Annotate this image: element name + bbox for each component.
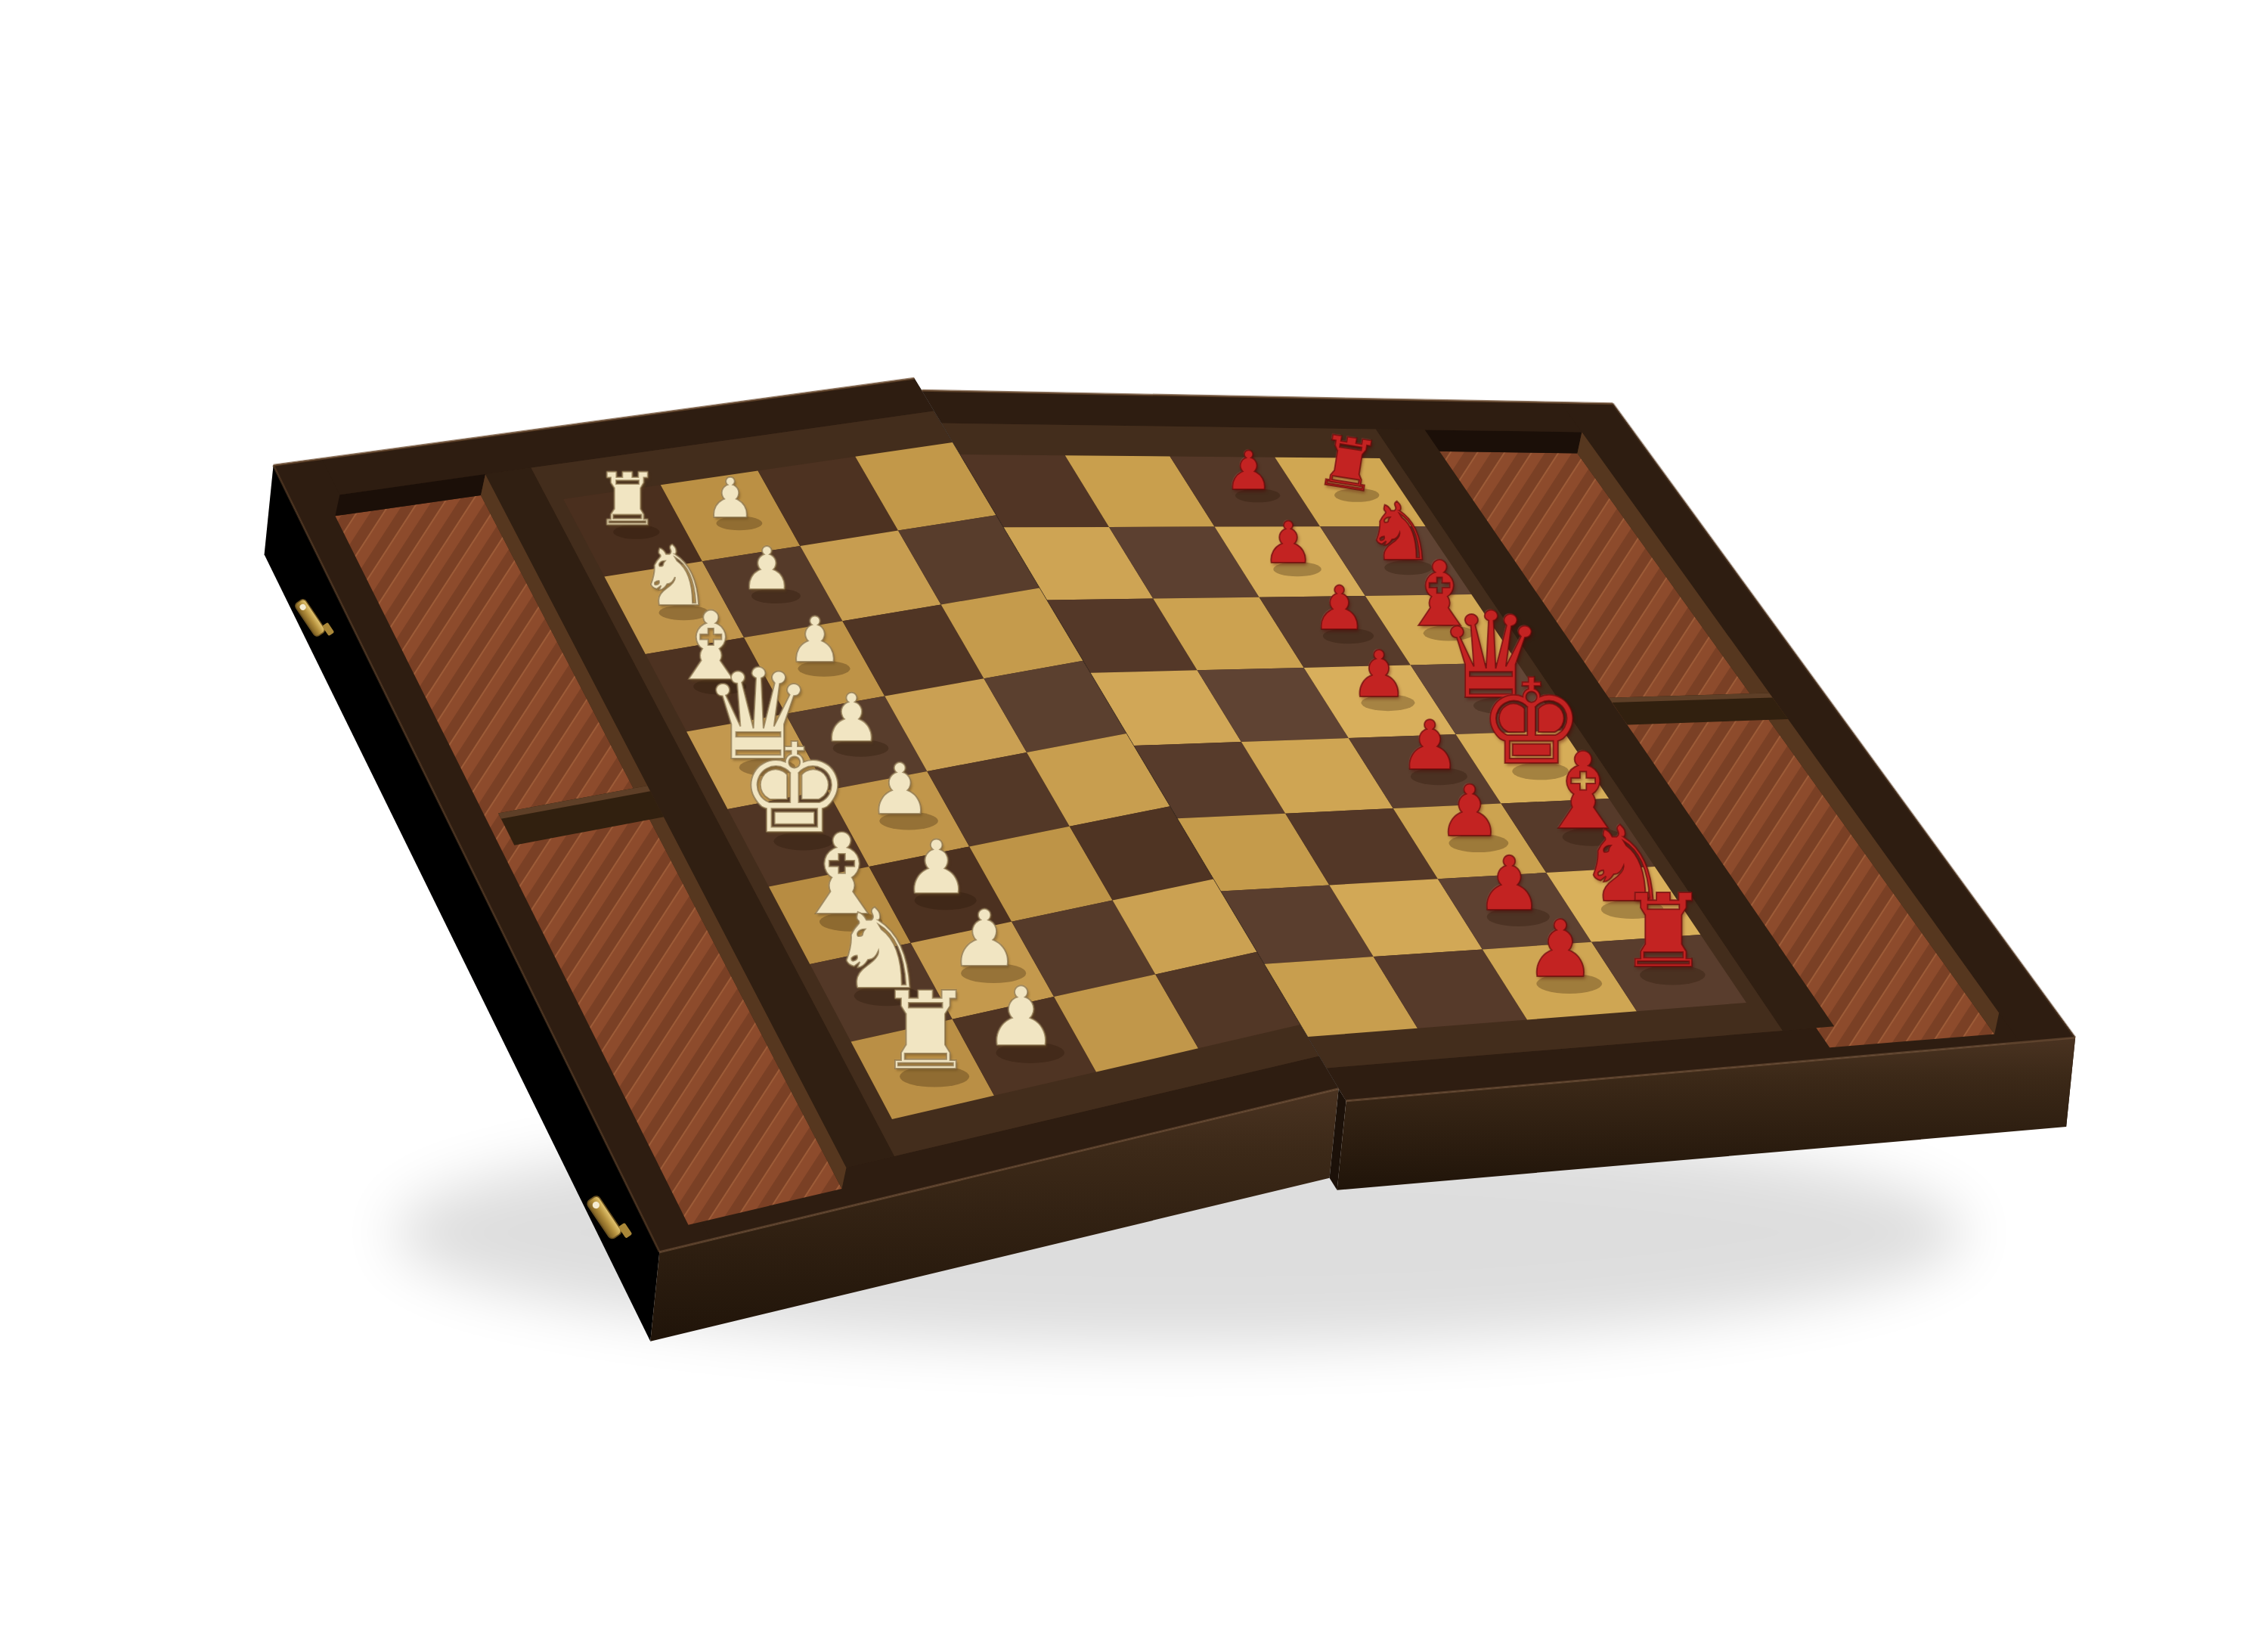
tray-wall-far bbox=[1421, 430, 1582, 454]
piece-red-pawn-a7[interactable]: ♟ bbox=[1222, 444, 1275, 498]
piece-white-pawn-b2[interactable]: ♟ bbox=[737, 539, 796, 598]
games-box-graphic bbox=[0, 0, 2268, 1644]
piece-red-rook-h8[interactable]: ♜ bbox=[1613, 881, 1714, 982]
piece-red-pawn-h7[interactable]: ♟ bbox=[1521, 910, 1600, 988]
piece-white-rook-a1[interactable]: ♜ bbox=[591, 464, 664, 536]
piece-white-rook-h1[interactable]: ♜ bbox=[872, 977, 980, 1085]
piece-red-pawn-c7[interactable]: ♟ bbox=[1309, 579, 1370, 639]
piece-red-pawn-f7[interactable]: ♟ bbox=[1434, 776, 1505, 847]
piece-white-pawn-a2[interactable]: ♟ bbox=[702, 470, 758, 526]
piece-red-pawn-d7[interactable]: ♟ bbox=[1346, 642, 1411, 706]
piece-white-pawn-h2[interactable]: ♟ bbox=[981, 976, 1062, 1058]
photo-stage: ♜♟♟♜♞♟♟♞♝♟♟♝♛♟♟♛♚♟♟♚♝♟♟♝♞♟♟♞♜♟♟♜ bbox=[0, 0, 2268, 1644]
piece-red-pawn-b7[interactable]: ♟ bbox=[1259, 514, 1317, 572]
piece-white-pawn-g2[interactable]: ♟ bbox=[946, 900, 1024, 978]
